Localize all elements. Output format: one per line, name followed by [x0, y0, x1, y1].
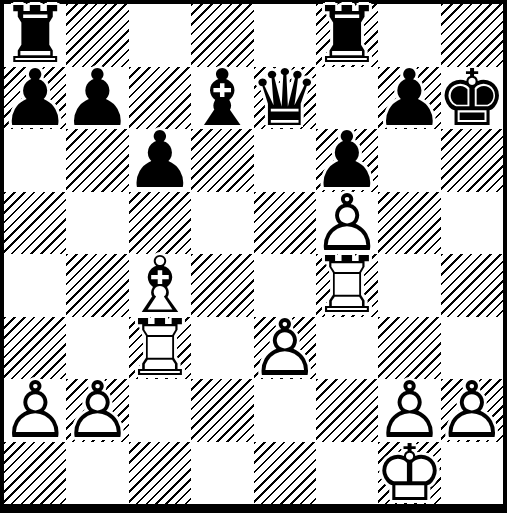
square-g7[interactable]: ♟♟	[378, 67, 440, 130]
square-c7[interactable]	[129, 67, 191, 130]
black-pawn: ♟♟	[378, 67, 440, 130]
square-e8[interactable]	[254, 4, 316, 67]
black-pawn: ♟♟	[4, 67, 66, 130]
square-h3[interactable]	[441, 317, 503, 380]
square-f3[interactable]	[316, 317, 378, 380]
square-g2[interactable]: ♟♙	[378, 379, 440, 442]
white-king: ♚♔	[378, 442, 440, 505]
white-pawn: ♟♙	[66, 379, 128, 442]
square-d7[interactable]: ♝♝	[191, 67, 253, 130]
square-f4[interactable]: ♜♖	[316, 254, 378, 317]
square-b1[interactable]	[66, 442, 128, 505]
square-c6[interactable]: ♟♟	[129, 129, 191, 192]
square-e3[interactable]: ♟♙	[254, 317, 316, 380]
square-f2[interactable]	[316, 379, 378, 442]
white-pawn: ♟♙	[316, 192, 378, 255]
square-g5[interactable]	[378, 192, 440, 255]
chess-diagram: ♜♜♜♜♟♟♟♟♝♝♛♛♟♟♚♚♟♟♟♟♟♙♝♗♜♖♜♖♟♙♟♙♟♙♟♙♟♙♚♔	[0, 0, 511, 513]
black-rook: ♜♜	[4, 4, 66, 67]
square-f1[interactable]	[316, 442, 378, 505]
white-bishop: ♝♗	[129, 254, 191, 317]
square-d6[interactable]	[191, 129, 253, 192]
black-queen: ♛♛	[254, 67, 316, 130]
square-b3[interactable]	[66, 317, 128, 380]
square-c1[interactable]	[129, 442, 191, 505]
square-a1[interactable]	[4, 442, 66, 505]
black-rook: ♜♜	[316, 4, 378, 67]
square-a3[interactable]	[4, 317, 66, 380]
square-h1[interactable]	[441, 442, 503, 505]
square-c8[interactable]	[129, 4, 191, 67]
black-king: ♚♚	[441, 67, 503, 130]
square-d8[interactable]	[191, 4, 253, 67]
square-c5[interactable]	[129, 192, 191, 255]
square-d1[interactable]	[191, 442, 253, 505]
square-g1[interactable]: ♚♔	[378, 442, 440, 505]
square-h5[interactable]	[441, 192, 503, 255]
square-h8[interactable]	[441, 4, 503, 67]
white-rook: ♜♖	[129, 317, 191, 380]
square-d5[interactable]	[191, 192, 253, 255]
square-a8[interactable]: ♜♜	[4, 4, 66, 67]
square-f7[interactable]	[316, 67, 378, 130]
black-pawn: ♟♟	[66, 67, 128, 130]
square-e4[interactable]	[254, 254, 316, 317]
square-a2[interactable]: ♟♙	[4, 379, 66, 442]
black-bishop: ♝♝	[191, 67, 253, 130]
square-a5[interactable]	[4, 192, 66, 255]
square-e7[interactable]: ♛♛	[254, 67, 316, 130]
white-rook: ♜♖	[316, 254, 378, 317]
square-d4[interactable]	[191, 254, 253, 317]
square-h6[interactable]	[441, 129, 503, 192]
square-g4[interactable]	[378, 254, 440, 317]
square-d3[interactable]	[191, 317, 253, 380]
square-f6[interactable]: ♟♟	[316, 129, 378, 192]
black-pawn: ♟♟	[316, 129, 378, 192]
square-g6[interactable]	[378, 129, 440, 192]
square-a6[interactable]	[4, 129, 66, 192]
square-b5[interactable]	[66, 192, 128, 255]
white-pawn: ♟♙	[254, 317, 316, 380]
square-a7[interactable]: ♟♟	[4, 67, 66, 130]
square-f5[interactable]: ♟♙	[316, 192, 378, 255]
square-c4[interactable]: ♝♗	[129, 254, 191, 317]
square-b6[interactable]	[66, 129, 128, 192]
square-h2[interactable]: ♟♙	[441, 379, 503, 442]
square-e1[interactable]	[254, 442, 316, 505]
board-frame: ♜♜♜♜♟♟♟♟♝♝♛♛♟♟♚♚♟♟♟♟♟♙♝♗♜♖♜♖♟♙♟♙♟♙♟♙♟♙♚♔	[0, 0, 507, 513]
square-g8[interactable]	[378, 4, 440, 67]
white-pawn: ♟♙	[441, 379, 503, 442]
chess-board: ♜♜♜♜♟♟♟♟♝♝♛♛♟♟♚♚♟♟♟♟♟♙♝♗♜♖♜♖♟♙♟♙♟♙♟♙♟♙♚♔	[4, 4, 503, 504]
square-b4[interactable]	[66, 254, 128, 317]
square-e2[interactable]	[254, 379, 316, 442]
white-pawn: ♟♙	[378, 379, 440, 442]
square-c2[interactable]	[129, 379, 191, 442]
square-c3[interactable]: ♜♖	[129, 317, 191, 380]
square-b2[interactable]: ♟♙	[66, 379, 128, 442]
square-b8[interactable]	[66, 4, 128, 67]
square-a4[interactable]	[4, 254, 66, 317]
square-h7[interactable]: ♚♚	[441, 67, 503, 130]
square-b7[interactable]: ♟♟	[66, 67, 128, 130]
black-pawn: ♟♟	[129, 129, 191, 192]
square-h4[interactable]	[441, 254, 503, 317]
square-e6[interactable]	[254, 129, 316, 192]
square-g3[interactable]	[378, 317, 440, 380]
square-d2[interactable]	[191, 379, 253, 442]
square-f8[interactable]: ♜♜	[316, 4, 378, 67]
square-e5[interactable]	[254, 192, 316, 255]
white-pawn: ♟♙	[4, 379, 66, 442]
